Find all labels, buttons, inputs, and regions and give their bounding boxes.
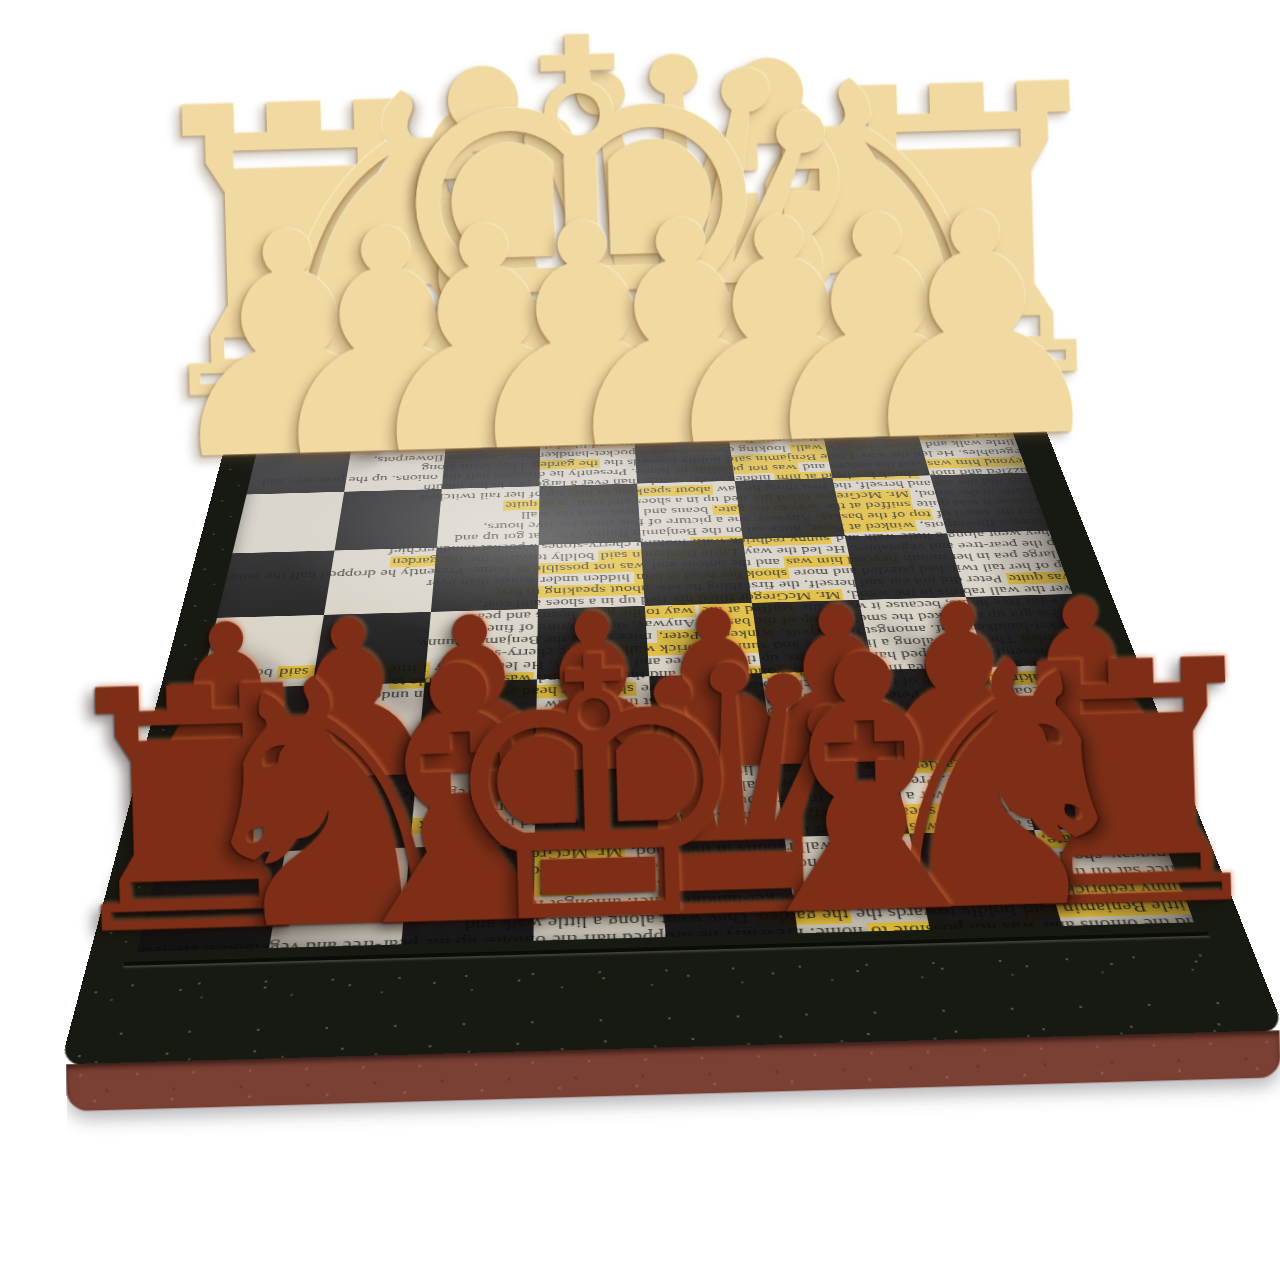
photo-stage: and the onions and was not possible to h…: [0, 0, 1280, 1280]
square-b1: [810, 373, 914, 425]
chess-board-scene: and the onions and was not possible to h…: [0, 0, 1280, 1163]
square-c2: [727, 425, 832, 481]
square-h3: [232, 492, 344, 554]
square-f2: [442, 433, 540, 489]
square-b3: [832, 475, 947, 536]
square-g1: [353, 386, 451, 438]
chess-board: and the onions and was not possible to h…: [60, 354, 1280, 1066]
square-e3: [539, 484, 641, 545]
square-h1: [260, 388, 362, 440]
square-h2: [247, 438, 354, 495]
maroon-base-edge: [66, 1030, 1280, 1111]
square-e2: [539, 430, 637, 486]
square-c1: [720, 376, 820, 428]
square-g3: [335, 489, 442, 550]
square-f1: [447, 383, 541, 435]
piece-glyph: ♚: [429, 608, 761, 976]
scene-tilt: and the onions and was not possible to h…: [0, 0, 1280, 1163]
square-g2: [344, 435, 446, 491]
square-a1: [900, 371, 1008, 422]
square-f3: [437, 486, 540, 547]
square-a3: [930, 473, 1049, 534]
square-b2: [821, 422, 930, 478]
square-c3: [735, 478, 845, 539]
square-d1: [631, 378, 728, 430]
square-e1: [540, 381, 634, 433]
square-d2: [634, 427, 735, 483]
square-a2: [914, 420, 1027, 476]
square-d3: [637, 481, 743, 542]
